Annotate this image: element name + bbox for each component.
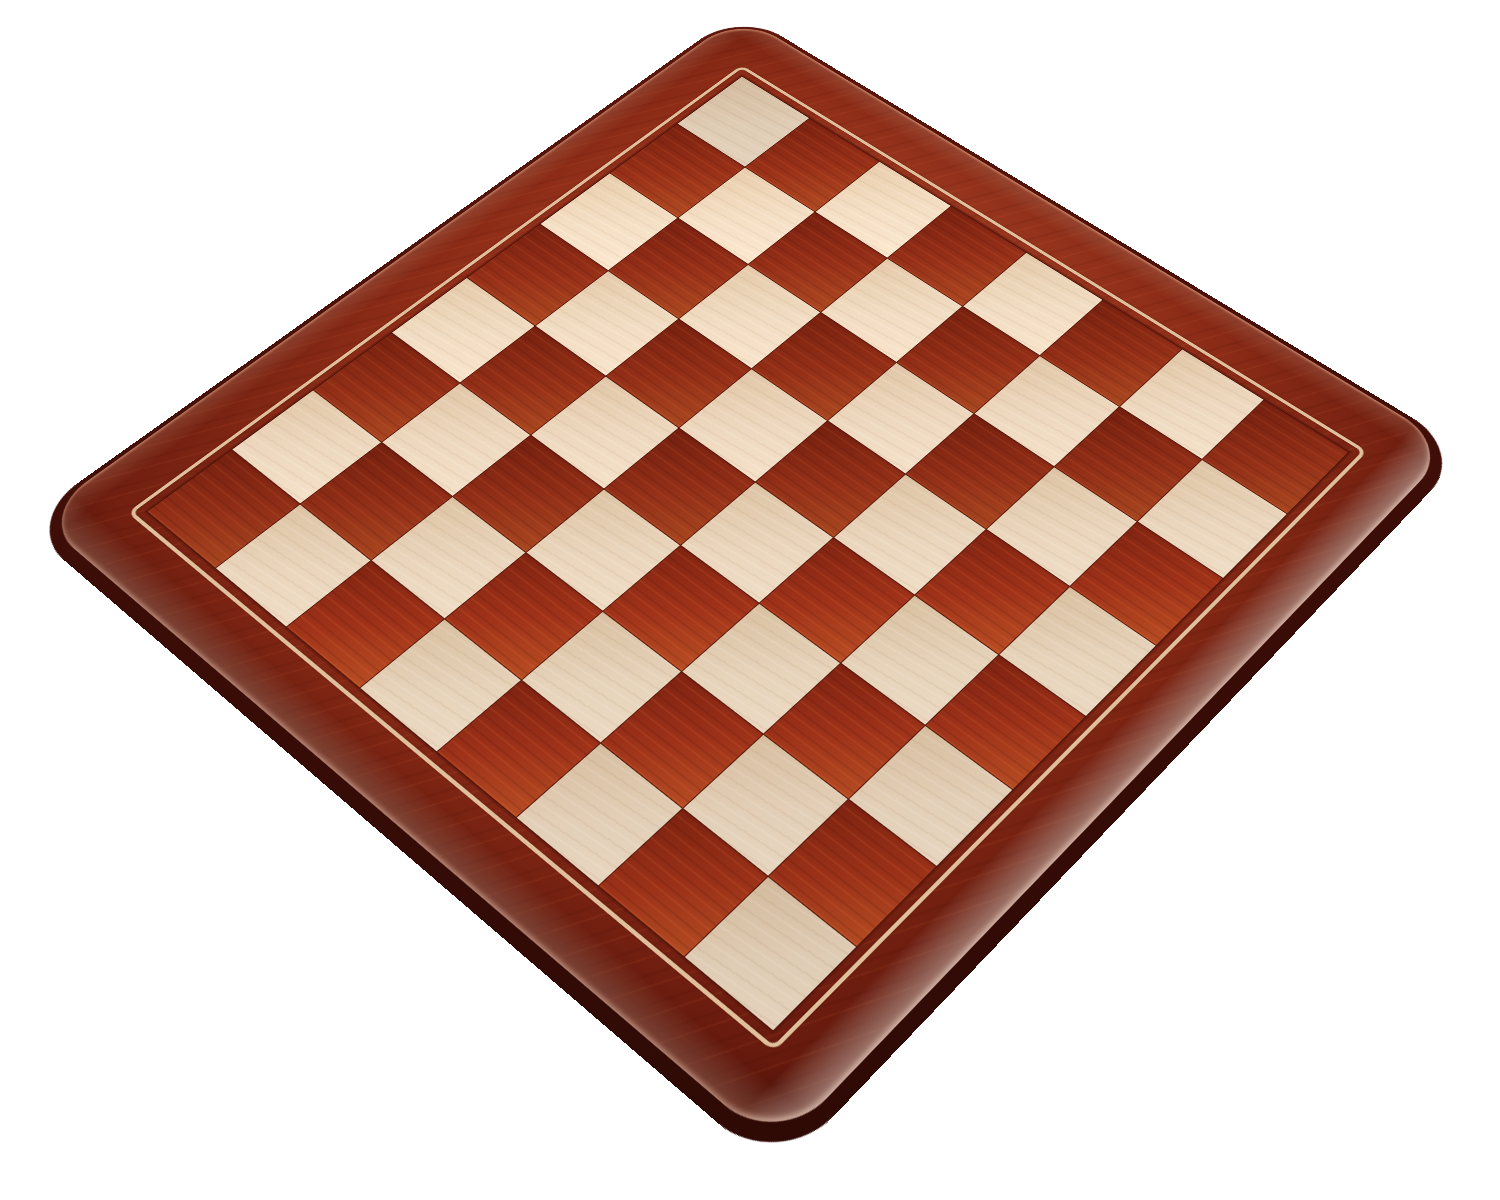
chess-board [37,15,1453,1150]
playing-field [146,76,1350,1032]
scene [0,0,1500,1200]
